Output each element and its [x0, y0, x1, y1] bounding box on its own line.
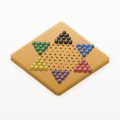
- star-grid: [27, 30, 98, 85]
- board-photo: [0, 0, 120, 120]
- board-hole: [87, 70, 92, 73]
- peg-purple[interactable]: [57, 79, 62, 84]
- peg-red[interactable]: [88, 68, 93, 73]
- board-hole: [57, 80, 62, 83]
